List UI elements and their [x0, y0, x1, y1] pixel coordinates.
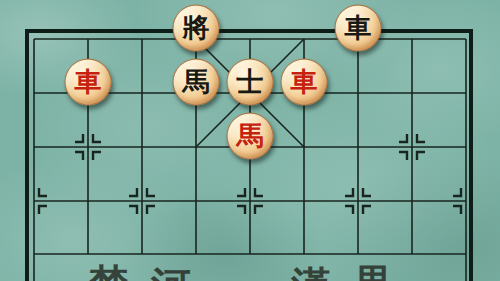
- xiangqi-board-screen: 楚 河 漢 界 將車車馬士車馬: [0, 0, 500, 281]
- piece-glyph: 車: [345, 14, 372, 41]
- red-horse-piece[interactable]: 馬: [227, 113, 274, 160]
- black-general-piece[interactable]: 將: [173, 5, 220, 52]
- red-chariot-left-piece[interactable]: 車: [65, 59, 112, 106]
- piece-glyph: 將: [183, 14, 210, 41]
- piece-glyph: 馬: [183, 68, 210, 95]
- black-advisor-piece[interactable]: 士: [227, 59, 274, 106]
- black-chariot-piece[interactable]: 車: [335, 5, 382, 52]
- piece-glyph: 車: [291, 68, 318, 95]
- pieces-layer: 將車車馬士車馬: [0, 0, 500, 281]
- black-horse-piece[interactable]: 馬: [173, 59, 220, 106]
- piece-glyph: 士: [237, 68, 264, 95]
- piece-glyph: 馬: [237, 122, 264, 149]
- piece-glyph: 車: [75, 68, 102, 95]
- red-chariot-right-piece[interactable]: 車: [281, 59, 328, 106]
